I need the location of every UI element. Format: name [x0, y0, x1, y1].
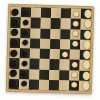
square-f5[interactable] [40, 28, 50, 39]
white-pawn[interactable]: ● [69, 60, 79, 71]
white-pawn[interactable]: ● [71, 9, 81, 20]
square-e5[interactable] [40, 38, 50, 49]
black-pawn[interactable]: ● [20, 48, 30, 59]
chess-board: ●●●●●●●●●●●●●●●●●●●●●●●●●●●●●●●● [9, 7, 91, 91]
square-d6[interactable] [30, 48, 40, 59]
white-pawn[interactable]: ● [70, 29, 80, 40]
square-h6[interactable] [31, 7, 41, 18]
black-pawn[interactable]: ● [19, 69, 29, 80]
white-pawn[interactable]: ● [70, 39, 80, 50]
square-a3[interactable] [59, 80, 69, 91]
square-c7[interactable]: ● [19, 58, 29, 69]
square-b4[interactable] [49, 69, 59, 80]
square-d3[interactable]: ● [60, 49, 70, 60]
black-pawn[interactable]: ● [20, 38, 30, 49]
white-pawn[interactable]: ● [69, 70, 79, 81]
square-c3[interactable] [59, 60, 69, 71]
square-e7[interactable]: ● [20, 38, 30, 49]
square-h2[interactable]: ● [71, 9, 81, 20]
square-h4[interactable] [51, 8, 61, 19]
black-pawn[interactable]: ● [21, 7, 31, 18]
black-pawn[interactable]: ● [21, 17, 31, 28]
square-a7[interactable]: ● [19, 79, 29, 90]
black-queen[interactable]: ● [9, 47, 19, 58]
square-e6[interactable] [30, 38, 40, 49]
black-pawn[interactable]: ● [19, 58, 29, 69]
square-a4[interactable] [49, 80, 59, 91]
square-e3[interactable] [60, 39, 70, 50]
square-g3[interactable] [61, 19, 71, 30]
square-h3[interactable] [61, 8, 71, 19]
square-e4[interactable] [50, 39, 60, 50]
black-pawn[interactable]: ● [20, 28, 30, 39]
black-knight[interactable]: ● [8, 68, 18, 79]
square-g7[interactable]: ● [21, 17, 31, 28]
square-d5[interactable] [40, 49, 50, 60]
square-a8[interactable]: ● [9, 79, 19, 90]
square-e2[interactable]: ● [70, 39, 80, 50]
square-g2[interactable]: ● [71, 19, 81, 30]
square-b7[interactable]: ● [19, 69, 29, 80]
black-bishop[interactable]: ● [8, 58, 18, 69]
square-f3[interactable] [60, 29, 70, 40]
square-b6[interactable] [29, 69, 39, 80]
square-d7[interactable]: ● [20, 48, 30, 59]
white-pawn[interactable]: ● [71, 19, 81, 30]
square-b2[interactable]: ● [69, 70, 79, 81]
photo-scene: ●●●●●●●●●●●●●●●●●●●●●●●●●●●●●●●● [0, 0, 100, 100]
square-f4[interactable] [50, 29, 60, 40]
white-rook[interactable]: ● [81, 79, 91, 91]
square-a2[interactable]: ● [69, 80, 79, 91]
square-d2[interactable] [70, 50, 80, 61]
square-c2[interactable]: ● [69, 60, 79, 71]
square-a6[interactable] [29, 79, 39, 90]
square-d4[interactable] [50, 49, 60, 60]
square-h7[interactable]: ● [21, 7, 31, 18]
black-rook[interactable]: ● [10, 6, 20, 17]
black-rook[interactable]: ● [8, 78, 18, 89]
square-f6[interactable] [30, 28, 40, 39]
square-a5[interactable] [39, 79, 49, 90]
square-g5[interactable] [41, 18, 51, 29]
chess-board-frame: ●●●●●●●●●●●●●●●●●●●●●●●●●●●●●●●● [6, 4, 94, 94]
square-b3[interactable] [59, 70, 69, 81]
square-b5[interactable] [39, 69, 49, 80]
square-c5[interactable] [39, 59, 49, 70]
black-pawn[interactable]: ● [19, 79, 29, 90]
square-c4[interactable] [49, 59, 59, 70]
square-f7[interactable]: ● [20, 28, 30, 39]
black-knight[interactable]: ● [10, 17, 20, 28]
black-king[interactable]: ● [9, 37, 19, 48]
square-h5[interactable] [41, 8, 51, 19]
square-g6[interactable] [31, 18, 41, 29]
square-c6[interactable] [29, 59, 39, 70]
square-g4[interactable] [51, 18, 61, 29]
white-pawn[interactable]: ● [60, 49, 70, 60]
square-f2[interactable]: ● [70, 29, 80, 40]
black-bishop[interactable]: ● [9, 27, 19, 38]
white-pawn[interactable]: ● [69, 80, 79, 91]
square-a1[interactable]: ● [79, 81, 89, 92]
